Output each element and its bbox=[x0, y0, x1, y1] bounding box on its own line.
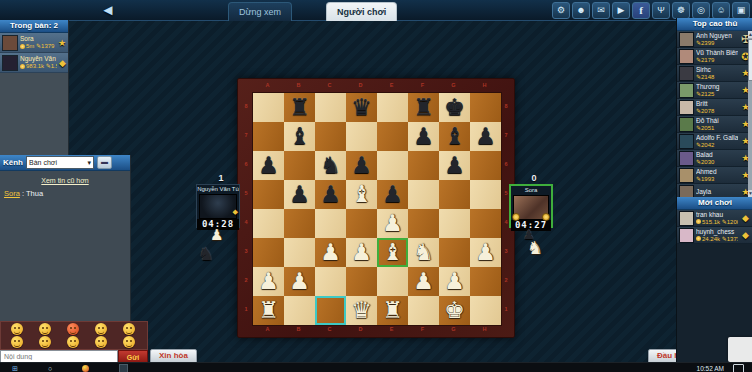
piece-white-bishop-d5[interactable]: ♝ bbox=[346, 180, 377, 209]
rank-label: 6 bbox=[242, 150, 250, 179]
player-info: Ahmed✎1993 bbox=[696, 168, 738, 183]
player-values: 24.24k ✎1373 bbox=[696, 236, 738, 243]
chess-board: ♜♛♜♚♝♟♝♟♟♞♟♟♟♟♝♟♟♟♟♝♞♟♟♟♟♟♜♛♜♚ bbox=[252, 92, 502, 326]
player-name: Britt bbox=[696, 100, 738, 108]
rating-value: 2030 bbox=[701, 159, 714, 165]
right-player-score: 0 bbox=[528, 173, 540, 183]
os-taskbar: ⊞ ○ 10:52 AM bbox=[0, 362, 752, 372]
square-d6[interactable]: ♟ bbox=[346, 151, 377, 180]
piece-black-queen-d8[interactable]: ♛ bbox=[346, 93, 377, 122]
player-info: tran khau515.1k ✎1200 bbox=[696, 211, 738, 226]
square-e7[interactable] bbox=[377, 122, 408, 151]
rank-label: 3 bbox=[242, 237, 250, 266]
rating-value: 1379 bbox=[41, 43, 54, 49]
list-item[interactable]: Jayla★ bbox=[677, 184, 752, 197]
square-a1[interactable]: ♜ bbox=[253, 296, 284, 325]
avatar bbox=[2, 35, 18, 51]
list-item[interactable]: Anh Nguyen✎2399✠ bbox=[677, 31, 752, 48]
avatar bbox=[679, 211, 694, 226]
square-d2[interactable] bbox=[346, 267, 377, 296]
square-a7[interactable] bbox=[253, 122, 284, 151]
player-name: Đỗ Thái bbox=[696, 117, 738, 125]
square-g1[interactable]: ♚ bbox=[439, 296, 470, 325]
new-players-list: tran khau515.1k ✎1200◆huynh_chess24.24k … bbox=[677, 210, 752, 244]
piece-white-bishop-e3[interactable]: ♝ bbox=[377, 238, 408, 267]
square-b3[interactable] bbox=[284, 238, 315, 267]
chat-message-user[interactable]: Sora bbox=[4, 189, 20, 198]
square-h1[interactable] bbox=[470, 296, 501, 325]
start-button[interactable]: ⊞ bbox=[12, 364, 18, 372]
file-label: G bbox=[438, 326, 469, 334]
player-name: huynh_chess bbox=[696, 228, 738, 236]
file-label: E bbox=[376, 82, 407, 90]
player-name: Jayla bbox=[696, 188, 738, 196]
player-values: ✎2030 bbox=[696, 159, 738, 166]
rating-value: 1993 bbox=[701, 176, 714, 182]
rating-value: 2078 bbox=[701, 108, 714, 114]
avatar bbox=[679, 49, 694, 64]
diamond-badge-icon: ◆ bbox=[740, 213, 751, 223]
piece-white-pawn-h3[interactable]: ♟ bbox=[470, 238, 501, 267]
coin-icon bbox=[20, 64, 25, 69]
tray-white-knight-icon: ♞ bbox=[527, 239, 543, 257]
square-d5[interactable]: ♝ bbox=[346, 180, 377, 209]
right-player-avatar bbox=[513, 195, 549, 220]
emoji-cool[interactable] bbox=[39, 336, 51, 348]
rank-label: 7 bbox=[502, 121, 510, 150]
top-navbar: ◄ Dừng xem Người chơi ⚙☻✉▶fΨ☸◎☺▣ bbox=[0, 0, 752, 21]
square-a4[interactable] bbox=[253, 209, 284, 238]
player-values: 515.1k ✎1200 bbox=[696, 219, 738, 226]
square-h2[interactable] bbox=[470, 267, 501, 296]
coins-value: 983.1k bbox=[26, 63, 46, 69]
chat-message: Sora : Thua bbox=[4, 189, 130, 198]
piece-white-rook-e1[interactable]: ♜ bbox=[377, 296, 408, 325]
emoji-angry[interactable] bbox=[67, 323, 79, 335]
square-c2[interactable] bbox=[315, 267, 346, 296]
app-icon[interactable] bbox=[119, 364, 128, 372]
file-label: F bbox=[407, 326, 438, 334]
side-panel-sliver bbox=[728, 337, 752, 362]
emoji-kiss[interactable] bbox=[95, 323, 107, 335]
square-g5[interactable] bbox=[439, 180, 470, 209]
square-e2[interactable] bbox=[377, 267, 408, 296]
square-c5[interactable]: ♟ bbox=[315, 180, 346, 209]
square-f6[interactable] bbox=[408, 151, 439, 180]
rating-value: 1.52k bbox=[51, 63, 57, 69]
piece-white-pawn-e4[interactable]: ♟ bbox=[377, 209, 408, 238]
right-player-name: Sora bbox=[511, 186, 551, 195]
piece-white-pawn-c3[interactable]: ♟ bbox=[315, 238, 346, 267]
square-e3[interactable]: ♝ bbox=[377, 238, 408, 267]
rating-value: 1373 bbox=[727, 236, 738, 242]
sidebar-scrollbar[interactable]: ▲ ▼ bbox=[748, 31, 752, 197]
square-h6[interactable] bbox=[470, 151, 501, 180]
rank-label: 5 bbox=[242, 179, 250, 208]
player-info: Anh Nguyen✎2399 bbox=[696, 32, 738, 47]
coin-icon bbox=[512, 213, 520, 221]
square-h3[interactable]: ♟ bbox=[470, 238, 501, 267]
square-g3[interactable] bbox=[439, 238, 470, 267]
square-c7[interactable] bbox=[315, 122, 346, 151]
square-f4[interactable] bbox=[408, 209, 439, 238]
square-d3[interactable]: ♟ bbox=[346, 238, 377, 267]
player-values: ✎2051 bbox=[696, 125, 738, 132]
player-info: Britt✎2078 bbox=[696, 100, 738, 115]
taskbar-clock: 10:52 AM bbox=[697, 365, 724, 372]
rank-label: 7 bbox=[242, 121, 250, 150]
square-b6[interactable] bbox=[284, 151, 315, 180]
player-values: ✎2125 bbox=[696, 91, 738, 98]
avatar bbox=[679, 83, 694, 98]
friends-icon[interactable]: ☻ bbox=[572, 2, 590, 19]
search-icon[interactable]: ○ bbox=[48, 364, 52, 372]
chat-panel: Kênh Bàn chơi ▾ ▬ Xem tin cũ hơn Sora : … bbox=[0, 155, 131, 321]
rank-label: 6 bbox=[502, 150, 510, 179]
square-h7[interactable]: ♟ bbox=[470, 122, 501, 151]
channel-label: Kênh bbox=[3, 158, 23, 167]
list-item[interactable]: huynh_chess24.24k ✎1373◆ bbox=[677, 227, 752, 244]
player-values: ✎2148 bbox=[696, 74, 738, 81]
avatar bbox=[679, 228, 694, 243]
piece-black-pawn-g6[interactable]: ♟ bbox=[439, 151, 470, 180]
mail-icon[interactable]: ✉ bbox=[592, 2, 610, 19]
player-name: Sirhc bbox=[696, 66, 738, 74]
new-players-header: Mới chơi bbox=[677, 197, 752, 210]
channel-select-value: Bàn chơi bbox=[29, 159, 57, 166]
emoji-laugh[interactable] bbox=[11, 323, 23, 335]
scroll-down-icon[interactable]: ▼ bbox=[748, 190, 752, 197]
list-item[interactable]: Balad✎2030★ bbox=[677, 150, 752, 167]
diamond-badge-icon: ◆ bbox=[59, 58, 66, 68]
square-e1[interactable]: ♜ bbox=[377, 296, 408, 325]
in-table-header: Trong bàn: 2 bbox=[0, 20, 68, 33]
square-g7[interactable]: ♝ bbox=[439, 122, 470, 151]
square-d8[interactable]: ♛ bbox=[346, 93, 377, 122]
piece-black-bishop-b7[interactable]: ♝ bbox=[284, 122, 315, 151]
channel-select[interactable]: Bàn chơi ▾ bbox=[26, 156, 94, 169]
rating-value: 2042 bbox=[701, 142, 714, 148]
piece-white-rook-a1[interactable]: ♜ bbox=[253, 296, 284, 325]
player-info: Nguyễn Văn Tú983.1k ✎1.52k bbox=[20, 55, 57, 70]
list-item[interactable]: Vũ Thành Biên✎2179✪ bbox=[677, 48, 752, 65]
piece-black-pawn-b5[interactable]: ♟ bbox=[284, 180, 315, 209]
rating-value: 2399 bbox=[701, 40, 714, 46]
square-f2[interactable]: ♟ bbox=[408, 267, 439, 296]
list-item[interactable]: Ahmed✎1993★ bbox=[677, 167, 752, 184]
file-label: C bbox=[314, 82, 345, 90]
file-label: E bbox=[376, 326, 407, 334]
channel-bar: Kênh Bàn chơi ▾ ▬ bbox=[0, 155, 130, 171]
rank-labels-left: 87654321 bbox=[242, 92, 250, 324]
file-label: G bbox=[438, 82, 469, 90]
notification-icon[interactable] bbox=[733, 364, 744, 372]
player-values: 983.1k ✎1.52k bbox=[20, 63, 57, 70]
diamond-badge-icon: ◆ bbox=[233, 208, 238, 216]
chat-message-text: Thua bbox=[26, 189, 43, 198]
avatar bbox=[679, 134, 694, 149]
chevron-down-icon: ▾ bbox=[87, 159, 91, 167]
square-e6[interactable] bbox=[377, 151, 408, 180]
rank-label: 8 bbox=[502, 92, 510, 121]
left-player-avatar: ◆ bbox=[199, 194, 237, 219]
square-a8[interactable] bbox=[253, 93, 284, 122]
rating-value: 1200 bbox=[727, 219, 738, 225]
piece-black-pawn-e5[interactable]: ♟ bbox=[377, 180, 408, 209]
square-b8[interactable]: ♜ bbox=[284, 93, 315, 122]
file-labels-bottom: ABCDEFGH bbox=[252, 326, 500, 334]
square-c3[interactable]: ♟ bbox=[315, 238, 346, 267]
avatar bbox=[679, 100, 694, 115]
file-label: A bbox=[252, 82, 283, 90]
square-c8[interactable] bbox=[315, 93, 346, 122]
piece-black-king-g8[interactable]: ♚ bbox=[439, 93, 470, 122]
video-icon[interactable]: ▶ bbox=[612, 2, 630, 19]
emoji-grin[interactable] bbox=[39, 323, 51, 335]
emoji-joy[interactable] bbox=[67, 336, 79, 348]
emoji-grid bbox=[0, 321, 148, 350]
topbar-icons: ⚙☻✉▶fΨ☸◎☺▣ bbox=[552, 2, 750, 18]
left-player-score: 1 bbox=[215, 173, 227, 183]
player-name: Vũ Thành Biên bbox=[696, 49, 738, 57]
emoji-love[interactable] bbox=[123, 336, 135, 348]
file-label: F bbox=[407, 82, 438, 90]
list-item[interactable]: tran khau515.1k ✎1200◆ bbox=[677, 210, 752, 227]
square-d1[interactable]: ♛ bbox=[346, 296, 377, 325]
back-arrow-icon[interactable]: ◄ bbox=[84, 0, 132, 19]
rank-label: 4 bbox=[242, 208, 250, 237]
player-values: ✎2078 bbox=[696, 108, 738, 115]
list-item[interactable]: Nguyễn Văn Tú983.1k ✎1.52k◆ bbox=[0, 53, 68, 73]
diamond-badge-icon: ◆ bbox=[740, 230, 751, 240]
square-b2[interactable]: ♟ bbox=[284, 267, 315, 296]
square-a6[interactable]: ♟ bbox=[253, 151, 284, 180]
rating-value: 2125 bbox=[701, 91, 714, 97]
trophy-icon[interactable]: Ψ bbox=[652, 2, 670, 19]
piece-white-pawn-a2[interactable]: ♟ bbox=[253, 267, 284, 296]
piece-black-bishop-g7[interactable]: ♝ bbox=[439, 122, 470, 151]
coins-value: 5m bbox=[26, 43, 36, 49]
square-f5[interactable] bbox=[408, 180, 439, 209]
avatar bbox=[679, 66, 694, 81]
square-c4[interactable] bbox=[315, 209, 346, 238]
square-f8[interactable]: ♜ bbox=[408, 93, 439, 122]
piece-black-rook-b8[interactable]: ♜ bbox=[284, 93, 315, 122]
rank-label: 2 bbox=[242, 266, 250, 295]
list-item[interactable]: Đỗ Thái✎2051★ bbox=[677, 116, 752, 133]
browser-icon[interactable] bbox=[82, 365, 89, 372]
avatar bbox=[2, 55, 18, 71]
player-info: Adolfo F. Gallardo✎2042 bbox=[696, 134, 738, 149]
left-player-plate[interactable]: Nguyễn Văn Tú ◆ 04:28 bbox=[196, 184, 240, 228]
player-name: Adolfo F. Gallardo bbox=[696, 134, 738, 142]
coin-icon bbox=[542, 213, 550, 221]
compass-icon[interactable]: ◎ bbox=[692, 2, 710, 19]
tray-black-knight-icon: ♞ bbox=[198, 245, 214, 263]
player-info: Sirhc✎2148 bbox=[696, 66, 738, 81]
square-a2[interactable]: ♟ bbox=[253, 267, 284, 296]
list-item[interactable]: Sirhc✎2148★ bbox=[677, 65, 752, 82]
file-label: D bbox=[345, 326, 376, 334]
piece-black-pawn-d6[interactable]: ♟ bbox=[346, 151, 377, 180]
in-table-list: Sora5m ✎1379★Nguyễn Văn Tú983.1k ✎1.52k◆ bbox=[0, 33, 68, 73]
player-values: ✎2179 bbox=[696, 57, 738, 64]
scroll-up-icon[interactable]: ▲ bbox=[748, 31, 752, 38]
player-name: tran khau bbox=[696, 211, 738, 219]
profile-icon[interactable]: ☺ bbox=[712, 2, 730, 19]
player-values: 5m ✎1379 bbox=[20, 43, 56, 50]
square-e8[interactable] bbox=[377, 93, 408, 122]
square-b5[interactable]: ♟ bbox=[284, 180, 315, 209]
player-values: ✎2042 bbox=[696, 142, 738, 149]
player-info: Thương✎2125 bbox=[696, 83, 738, 98]
square-f7[interactable]: ♟ bbox=[408, 122, 439, 151]
piece-white-knight-f3[interactable]: ♞ bbox=[408, 238, 439, 267]
avatar bbox=[679, 117, 694, 132]
scrollbar-thumb[interactable] bbox=[748, 39, 752, 81]
emoji-happy[interactable] bbox=[95, 336, 107, 348]
emoji-wink[interactable] bbox=[11, 336, 23, 348]
file-label: C bbox=[314, 326, 345, 334]
player-values: ✎2399 bbox=[696, 40, 738, 47]
file-label: B bbox=[283, 82, 314, 90]
file-label: B bbox=[283, 326, 314, 334]
rating-value: 2179 bbox=[701, 57, 714, 63]
square-f3[interactable]: ♞ bbox=[408, 238, 439, 267]
player-name: Anh Nguyen bbox=[696, 32, 738, 40]
star-badge-icon: ★ bbox=[58, 38, 66, 48]
tab-stop-watching[interactable]: Dừng xem bbox=[228, 2, 292, 21]
avatar bbox=[679, 32, 694, 47]
piece-black-knight-c6[interactable]: ♞ bbox=[315, 151, 346, 180]
tray-white-pawn-icon: ♟ bbox=[210, 228, 223, 243]
rating-value: 2148 bbox=[701, 74, 714, 80]
square-c1[interactable] bbox=[315, 296, 346, 325]
coins-value: 515.1k bbox=[702, 219, 722, 225]
square-d4[interactable] bbox=[346, 209, 377, 238]
tab-players[interactable]: Người chơi bbox=[326, 2, 397, 21]
list-item[interactable]: Britt✎2078★ bbox=[677, 99, 752, 116]
fullscreen-icon[interactable]: ▣ bbox=[732, 2, 750, 19]
gear-icon[interactable]: ⚙ bbox=[552, 2, 570, 19]
piece-white-king-g1[interactable]: ♚ bbox=[439, 296, 470, 325]
file-label: H bbox=[469, 326, 500, 334]
rank-label: 1 bbox=[502, 295, 510, 324]
rank-label: 1 bbox=[242, 295, 250, 324]
square-g8[interactable]: ♚ bbox=[439, 93, 470, 122]
right-sidebar: Top cao thủ Anh Nguyen✎2399✠Vũ Thành Biê… bbox=[676, 18, 752, 362]
player-info: Sora5m ✎1379 bbox=[20, 35, 56, 50]
player-name: Balad bbox=[696, 151, 738, 159]
square-f1[interactable] bbox=[408, 296, 439, 325]
piece-white-pawn-b2[interactable]: ♟ bbox=[284, 267, 315, 296]
rating-value: 2051 bbox=[701, 125, 714, 131]
file-label: A bbox=[252, 326, 283, 334]
rank-label: 2 bbox=[502, 266, 510, 295]
player-info: Jayla bbox=[696, 188, 738, 196]
square-a5[interactable] bbox=[253, 180, 284, 209]
player-info: Vũ Thành Biên✎2179 bbox=[696, 49, 738, 64]
square-c6[interactable]: ♞ bbox=[315, 151, 346, 180]
square-b4[interactable] bbox=[284, 209, 315, 238]
coin-icon bbox=[20, 44, 25, 49]
left-player-name: Nguyễn Văn Tú bbox=[197, 185, 239, 194]
piece-white-pawn-f2[interactable]: ♟ bbox=[408, 267, 439, 296]
piece-black-pawn-c5[interactable]: ♟ bbox=[315, 180, 346, 209]
avatar bbox=[679, 185, 694, 198]
wheel-icon[interactable]: ☸ bbox=[672, 2, 690, 19]
list-item[interactable]: Adolfo F. Gallardo✎2042★ bbox=[677, 133, 752, 150]
square-h5[interactable] bbox=[470, 180, 501, 209]
square-a3[interactable] bbox=[253, 238, 284, 267]
chess-board-frame: ABCDEFGH ABCDEFGH 87654321 87654321 ♜♛♜♚… bbox=[237, 78, 515, 338]
piece-white-pawn-g2[interactable]: ♟ bbox=[439, 267, 470, 296]
older-messages-link[interactable]: Xem tin cũ hơn bbox=[0, 177, 130, 184]
piece-black-rook-f8[interactable]: ♜ bbox=[408, 93, 439, 122]
channel-options-button[interactable]: ▬ bbox=[97, 156, 112, 169]
top-players-header: Top cao thủ bbox=[677, 18, 752, 31]
player-name: Sora bbox=[20, 35, 56, 43]
player-info: Đỗ Thái✎2051 bbox=[696, 117, 738, 132]
player-info: Balad✎2030 bbox=[696, 151, 738, 166]
coins-value: 24.24k bbox=[702, 236, 722, 242]
list-item[interactable]: Thương✎2125★ bbox=[677, 82, 752, 99]
square-d7[interactable] bbox=[346, 122, 377, 151]
square-e5[interactable]: ♟ bbox=[377, 180, 408, 209]
rank-label: 8 bbox=[242, 92, 250, 121]
file-label: D bbox=[345, 82, 376, 90]
file-labels-top: ABCDEFGH bbox=[252, 82, 500, 90]
square-h8[interactable] bbox=[470, 93, 501, 122]
square-g6[interactable]: ♟ bbox=[439, 151, 470, 180]
square-b7[interactable]: ♝ bbox=[284, 122, 315, 151]
square-g2[interactable]: ♟ bbox=[439, 267, 470, 296]
in-table-panel: Trong bàn: 2 Sora5m ✎1379★Nguyễn Văn Tú9… bbox=[0, 20, 69, 158]
player-info: huynh_chess24.24k ✎1373 bbox=[696, 228, 738, 243]
player-name: Thương bbox=[696, 83, 738, 91]
facebook-icon[interactable]: f bbox=[632, 2, 650, 19]
player-name: Ahmed bbox=[696, 168, 738, 176]
rank-label: 3 bbox=[502, 237, 510, 266]
piece-white-pawn-d3[interactable]: ♟ bbox=[346, 238, 377, 267]
list-item[interactable]: Sora5m ✎1379★ bbox=[0, 33, 68, 53]
piece-black-pawn-h7[interactable]: ♟ bbox=[470, 122, 501, 151]
square-h4[interactable] bbox=[470, 209, 501, 238]
square-e4[interactable]: ♟ bbox=[377, 209, 408, 238]
piece-black-pawn-f7[interactable]: ♟ bbox=[408, 122, 439, 151]
square-b1[interactable] bbox=[284, 296, 315, 325]
top-players-list: Anh Nguyen✎2399✠Vũ Thành Biên✎2179✪Sirhc… bbox=[677, 31, 752, 197]
piece-black-pawn-a6[interactable]: ♟ bbox=[253, 151, 284, 180]
piece-white-queen-d1[interactable]: ♛ bbox=[346, 296, 377, 325]
avatar bbox=[679, 151, 694, 166]
avatar bbox=[679, 168, 694, 183]
player-name: Nguyễn Văn Tú bbox=[20, 55, 57, 63]
file-label: H bbox=[469, 82, 500, 90]
player-values: ✎1993 bbox=[696, 176, 738, 183]
coin-icon bbox=[696, 236, 701, 241]
coin-icon bbox=[696, 219, 701, 224]
right-player-plate[interactable]: Sora 04:27 bbox=[509, 184, 553, 228]
square-g4[interactable] bbox=[439, 209, 470, 238]
emoji-smile[interactable] bbox=[123, 323, 135, 335]
